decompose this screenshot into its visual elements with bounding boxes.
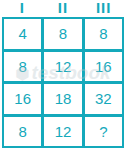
cell-r3c1: 16 (4, 84, 41, 114)
cell-r1c1: 4 (4, 19, 41, 49)
cell-r4c3 missing-value-cell: ? (85, 117, 122, 147)
cell-r2c2: 12 (44, 52, 81, 82)
puzzle-board: I II III 4 8 8 8 12 16 16 18 32 8 12 ? ⬢… (0, 0, 126, 149)
cell-r3c2: 18 (44, 84, 81, 114)
cell-r1c2: 8 (44, 19, 81, 49)
column-headers: I II III (2, 0, 124, 17)
cell-r4c1: 8 (4, 117, 41, 147)
column-header-3: III (83, 0, 124, 17)
column-header-2: II (43, 0, 84, 17)
column-header-1: I (2, 0, 43, 17)
cell-r2c1: 8 (4, 52, 41, 82)
cell-r4c2: 12 (44, 117, 81, 147)
cell-r2c3: 16 (85, 52, 122, 82)
cell-r1c3: 8 (85, 19, 122, 49)
number-grid: 4 8 8 8 12 16 16 18 32 8 12 ? (2, 17, 124, 148)
cell-r3c3: 32 (85, 84, 122, 114)
